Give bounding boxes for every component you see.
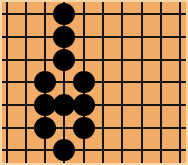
grid-line-horizontal [2, 36, 186, 38]
black-stone[interactable] [73, 71, 95, 93]
black-stone[interactable] [53, 49, 75, 71]
diagram-frame [0, 0, 188, 165]
black-stone[interactable] [53, 26, 75, 48]
black-stone[interactable] [34, 117, 56, 139]
grid-line-horizontal [2, 149, 186, 151]
black-stone[interactable] [53, 3, 75, 25]
grid-line-horizontal [2, 59, 186, 61]
grid-line-vertical [179, 2, 181, 163]
grid-line-vertical [25, 2, 27, 163]
grid-line-vertical [121, 2, 123, 163]
go-board[interactable] [2, 2, 186, 163]
grid-line-vertical [160, 2, 162, 163]
black-stone[interactable] [73, 94, 95, 116]
black-stone[interactable] [34, 71, 56, 93]
grid-line-vertical [102, 2, 104, 163]
black-stone[interactable] [53, 139, 75, 161]
grid-line-vertical [6, 2, 8, 163]
black-stone[interactable] [73, 117, 95, 139]
grid-line-horizontal [2, 13, 186, 15]
grid-line-vertical [141, 2, 143, 163]
